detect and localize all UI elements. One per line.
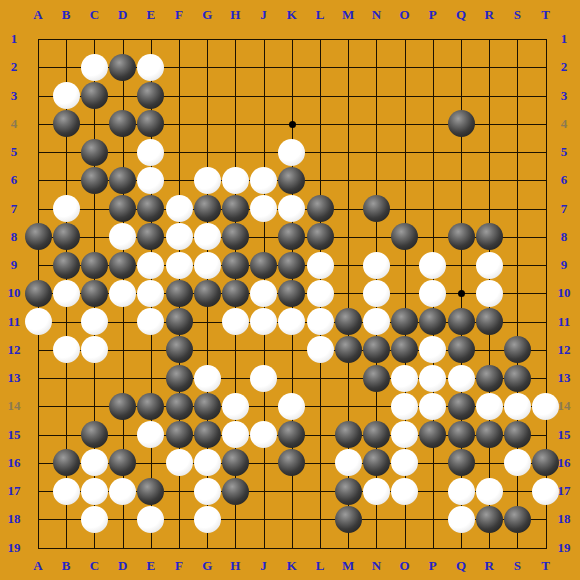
col-label-bottom-N: N xyxy=(364,559,388,573)
stone-white-N11 xyxy=(363,308,390,335)
col-label-bottom-E: E xyxy=(139,559,163,573)
stone-black-F14 xyxy=(166,393,193,420)
stone-white-R9 xyxy=(476,252,503,279)
stone-black-Q12 xyxy=(448,336,475,363)
row-label-left-18: 18 xyxy=(2,512,26,526)
col-label-top-H: H xyxy=(223,8,247,22)
stone-black-R11 xyxy=(476,308,503,335)
stone-black-K9 xyxy=(278,252,305,279)
row-label-right-4: 4 xyxy=(552,117,576,131)
stone-white-G16 xyxy=(194,449,221,476)
stone-white-G8 xyxy=(194,223,221,250)
stone-white-O15 xyxy=(391,421,418,448)
col-label-top-T: T xyxy=(534,8,558,22)
col-label-bottom-F: F xyxy=(167,559,191,573)
col-label-bottom-S: S xyxy=(505,559,529,573)
stone-black-P15 xyxy=(419,421,446,448)
stone-white-B7 xyxy=(53,195,80,222)
stone-black-J9 xyxy=(250,252,277,279)
col-label-bottom-D: D xyxy=(111,559,135,573)
stone-black-Q11 xyxy=(448,308,475,335)
stone-black-O8 xyxy=(391,223,418,250)
stone-black-G15 xyxy=(194,421,221,448)
stone-white-E11 xyxy=(137,308,164,335)
stone-white-K7 xyxy=(278,195,305,222)
col-label-top-B: B xyxy=(54,8,78,22)
stone-white-E5 xyxy=(137,139,164,166)
stone-white-N10 xyxy=(363,280,390,307)
stone-black-Q16 xyxy=(448,449,475,476)
stone-white-D10 xyxy=(109,280,136,307)
stone-white-F16 xyxy=(166,449,193,476)
row-label-left-4: 4 xyxy=(2,117,26,131)
col-label-bottom-H: H xyxy=(223,559,247,573)
col-label-bottom-P: P xyxy=(421,559,445,573)
stone-white-R10 xyxy=(476,280,503,307)
stone-white-D8 xyxy=(109,223,136,250)
row-label-left-19: 19 xyxy=(2,541,26,555)
row-label-right-19: 19 xyxy=(552,541,576,555)
stone-white-E9 xyxy=(137,252,164,279)
col-label-bottom-O: O xyxy=(393,559,417,573)
row-label-left-9: 9 xyxy=(2,258,26,272)
stone-white-J11 xyxy=(250,308,277,335)
row-label-left-13: 13 xyxy=(2,371,26,385)
stone-white-M16 xyxy=(335,449,362,476)
row-label-right-18: 18 xyxy=(552,512,576,526)
col-label-bottom-R: R xyxy=(477,559,501,573)
row-label-left-12: 12 xyxy=(2,343,26,357)
stone-white-P10 xyxy=(419,280,446,307)
stone-white-E6 xyxy=(137,167,164,194)
stone-black-R15 xyxy=(476,421,503,448)
stone-black-E14 xyxy=(137,393,164,420)
row-label-left-8: 8 xyxy=(2,230,26,244)
stone-white-S14 xyxy=(504,393,531,420)
star-point-Q10 xyxy=(458,290,465,297)
row-label-right-9: 9 xyxy=(552,258,576,272)
stone-black-C10 xyxy=(81,280,108,307)
stone-black-B16 xyxy=(53,449,80,476)
row-label-right-11: 11 xyxy=(552,315,576,329)
stone-white-P9 xyxy=(419,252,446,279)
stone-white-P13 xyxy=(419,365,446,392)
stone-white-T14 xyxy=(532,393,559,420)
stone-white-H15 xyxy=(222,421,249,448)
stone-black-H16 xyxy=(222,449,249,476)
stone-white-O16 xyxy=(391,449,418,476)
stone-black-C5 xyxy=(81,139,108,166)
stone-white-Q13 xyxy=(448,365,475,392)
stone-black-F15 xyxy=(166,421,193,448)
stone-black-K10 xyxy=(278,280,305,307)
row-label-left-14: 14 xyxy=(2,399,26,413)
stone-white-G9 xyxy=(194,252,221,279)
stone-black-F12 xyxy=(166,336,193,363)
stone-white-H14 xyxy=(222,393,249,420)
stone-white-F9 xyxy=(166,252,193,279)
stone-white-G17 xyxy=(194,478,221,505)
row-label-right-12: 12 xyxy=(552,343,576,357)
stone-white-A11 xyxy=(25,308,52,335)
stone-black-K16 xyxy=(278,449,305,476)
stone-white-L12 xyxy=(307,336,334,363)
stone-white-S16 xyxy=(504,449,531,476)
col-label-bottom-C: C xyxy=(82,559,106,573)
stone-black-M11 xyxy=(335,308,362,335)
row-label-right-7: 7 xyxy=(552,202,576,216)
stone-black-S15 xyxy=(504,421,531,448)
stone-white-B17 xyxy=(53,478,80,505)
stone-black-H10 xyxy=(222,280,249,307)
stone-black-T16 xyxy=(532,449,559,476)
stone-black-F10 xyxy=(166,280,193,307)
stone-white-C17 xyxy=(81,478,108,505)
stone-black-A8 xyxy=(25,223,52,250)
stone-white-O17 xyxy=(391,478,418,505)
col-label-top-K: K xyxy=(280,8,304,22)
stone-white-J13 xyxy=(250,365,277,392)
stone-white-P14 xyxy=(419,393,446,420)
stone-black-O11 xyxy=(391,308,418,335)
stone-white-C2 xyxy=(81,54,108,81)
stone-black-E3 xyxy=(137,82,164,109)
stone-black-F11 xyxy=(166,308,193,335)
stone-black-H7 xyxy=(222,195,249,222)
col-label-top-S: S xyxy=(505,8,529,22)
row-label-left-10: 10 xyxy=(2,286,26,300)
stone-black-C15 xyxy=(81,421,108,448)
stone-black-G10 xyxy=(194,280,221,307)
stone-white-O14 xyxy=(391,393,418,420)
stone-black-Q8 xyxy=(448,223,475,250)
stone-black-N15 xyxy=(363,421,390,448)
col-label-top-O: O xyxy=(393,8,417,22)
stone-black-M17 xyxy=(335,478,362,505)
stone-white-T17 xyxy=(532,478,559,505)
stone-white-F8 xyxy=(166,223,193,250)
stone-black-R8 xyxy=(476,223,503,250)
stone-black-S13 xyxy=(504,365,531,392)
stone-black-E8 xyxy=(137,223,164,250)
stone-black-F13 xyxy=(166,365,193,392)
col-label-top-F: F xyxy=(167,8,191,22)
stone-white-L11 xyxy=(307,308,334,335)
stone-black-G14 xyxy=(194,393,221,420)
stone-black-O12 xyxy=(391,336,418,363)
stone-black-C6 xyxy=(81,167,108,194)
stone-white-C11 xyxy=(81,308,108,335)
stone-black-P11 xyxy=(419,308,446,335)
row-label-left-6: 6 xyxy=(2,173,26,187)
stone-black-D2 xyxy=(109,54,136,81)
stone-white-L9 xyxy=(307,252,334,279)
stone-black-D9 xyxy=(109,252,136,279)
col-label-top-C: C xyxy=(82,8,106,22)
stone-black-C9 xyxy=(81,252,108,279)
col-label-bottom-T: T xyxy=(534,559,558,573)
stone-black-N12 xyxy=(363,336,390,363)
stone-white-J15 xyxy=(250,421,277,448)
stone-black-D4 xyxy=(109,110,136,137)
stone-black-M15 xyxy=(335,421,362,448)
stone-black-Q15 xyxy=(448,421,475,448)
stone-black-S18 xyxy=(504,506,531,533)
star-point-K4 xyxy=(289,121,296,128)
col-label-bottom-L: L xyxy=(308,559,332,573)
stone-black-N7 xyxy=(363,195,390,222)
stone-black-L8 xyxy=(307,223,334,250)
stone-black-M12 xyxy=(335,336,362,363)
stone-white-E15 xyxy=(137,421,164,448)
col-label-top-E: E xyxy=(139,8,163,22)
stone-white-G6 xyxy=(194,167,221,194)
stone-black-Q14 xyxy=(448,393,475,420)
stone-white-H6 xyxy=(222,167,249,194)
row-label-left-1: 1 xyxy=(2,32,26,46)
row-label-right-1: 1 xyxy=(552,32,576,46)
stone-white-B12 xyxy=(53,336,80,363)
stone-black-E4 xyxy=(137,110,164,137)
row-label-left-2: 2 xyxy=(2,60,26,74)
stone-white-B10 xyxy=(53,280,80,307)
stone-white-E2 xyxy=(137,54,164,81)
row-label-left-5: 5 xyxy=(2,145,26,159)
stone-white-G18 xyxy=(194,506,221,533)
stone-white-L10 xyxy=(307,280,334,307)
row-label-right-13: 13 xyxy=(552,371,576,385)
stone-black-N16 xyxy=(363,449,390,476)
col-label-top-M: M xyxy=(336,8,360,22)
stone-black-R18 xyxy=(476,506,503,533)
stone-black-B9 xyxy=(53,252,80,279)
stone-white-K11 xyxy=(278,308,305,335)
stone-white-H11 xyxy=(222,308,249,335)
stone-black-D7 xyxy=(109,195,136,222)
stone-black-E17 xyxy=(137,478,164,505)
stone-black-H17 xyxy=(222,478,249,505)
stone-black-K6 xyxy=(278,167,305,194)
stone-black-K8 xyxy=(278,223,305,250)
stone-white-N9 xyxy=(363,252,390,279)
col-label-top-R: R xyxy=(477,8,501,22)
row-label-left-15: 15 xyxy=(2,428,26,442)
row-label-right-8: 8 xyxy=(552,230,576,244)
stone-black-B8 xyxy=(53,223,80,250)
stone-white-B3 xyxy=(53,82,80,109)
row-label-right-2: 2 xyxy=(552,60,576,74)
stone-black-B4 xyxy=(53,110,80,137)
row-label-left-7: 7 xyxy=(2,202,26,216)
stone-white-G13 xyxy=(194,365,221,392)
stone-black-L7 xyxy=(307,195,334,222)
stone-black-S12 xyxy=(504,336,531,363)
stone-black-N13 xyxy=(363,365,390,392)
stone-white-K14 xyxy=(278,393,305,420)
col-label-top-L: L xyxy=(308,8,332,22)
col-label-bottom-B: B xyxy=(54,559,78,573)
stone-white-J6 xyxy=(250,167,277,194)
stone-white-Q18 xyxy=(448,506,475,533)
stone-white-Q17 xyxy=(448,478,475,505)
stone-white-O13 xyxy=(391,365,418,392)
col-label-bottom-K: K xyxy=(280,559,304,573)
grid-line xyxy=(38,548,547,549)
row-label-left-16: 16 xyxy=(2,456,26,470)
col-label-top-D: D xyxy=(111,8,135,22)
stone-white-J10 xyxy=(250,280,277,307)
stone-black-D6 xyxy=(109,167,136,194)
col-label-top-A: A xyxy=(26,8,50,22)
stone-white-D17 xyxy=(109,478,136,505)
col-label-top-J: J xyxy=(252,8,276,22)
row-label-right-15: 15 xyxy=(552,428,576,442)
row-label-right-10: 10 xyxy=(552,286,576,300)
col-label-bottom-A: A xyxy=(26,559,50,573)
stone-black-D14 xyxy=(109,393,136,420)
row-label-left-11: 11 xyxy=(2,315,26,329)
stone-black-E7 xyxy=(137,195,164,222)
stone-black-A10 xyxy=(25,280,52,307)
row-label-right-5: 5 xyxy=(552,145,576,159)
stone-white-C18 xyxy=(81,506,108,533)
stone-white-C12 xyxy=(81,336,108,363)
stone-white-R14 xyxy=(476,393,503,420)
stone-black-G7 xyxy=(194,195,221,222)
stone-black-R13 xyxy=(476,365,503,392)
stone-white-K5 xyxy=(278,139,305,166)
col-label-top-Q: Q xyxy=(449,8,473,22)
stone-black-D16 xyxy=(109,449,136,476)
stone-white-E10 xyxy=(137,280,164,307)
row-label-right-6: 6 xyxy=(552,173,576,187)
stone-black-H9 xyxy=(222,252,249,279)
stone-white-P12 xyxy=(419,336,446,363)
col-label-bottom-M: M xyxy=(336,559,360,573)
row-label-left-3: 3 xyxy=(2,89,26,103)
stone-white-F7 xyxy=(166,195,193,222)
stone-white-J7 xyxy=(250,195,277,222)
col-label-top-N: N xyxy=(364,8,388,22)
stone-black-C3 xyxy=(81,82,108,109)
row-label-left-17: 17 xyxy=(2,484,26,498)
stone-black-K15 xyxy=(278,421,305,448)
col-label-top-P: P xyxy=(421,8,445,22)
row-label-right-3: 3 xyxy=(552,89,576,103)
col-label-top-G: G xyxy=(195,8,219,22)
stone-black-H8 xyxy=(222,223,249,250)
col-label-bottom-Q: Q xyxy=(449,559,473,573)
stone-black-M18 xyxy=(335,506,362,533)
col-label-bottom-J: J xyxy=(252,559,276,573)
go-board[interactable]: AABBCCDDEEFFGGHHJJKKLLMMNNOOPPQQRRSSTT11… xyxy=(0,0,580,580)
stone-white-R17 xyxy=(476,478,503,505)
stone-black-Q4 xyxy=(448,110,475,137)
stone-white-C16 xyxy=(81,449,108,476)
stone-white-E18 xyxy=(137,506,164,533)
col-label-bottom-G: G xyxy=(195,559,219,573)
stone-white-N17 xyxy=(363,478,390,505)
